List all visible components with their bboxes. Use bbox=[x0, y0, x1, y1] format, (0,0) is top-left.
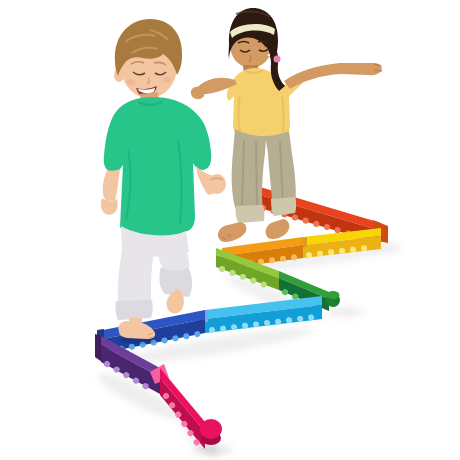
girl-right-cuff bbox=[271, 197, 296, 216]
beam-end-cap bbox=[200, 419, 222, 439]
boy-left-fist bbox=[208, 174, 226, 194]
boy-cheek-left bbox=[127, 79, 135, 85]
boy-left-cuff bbox=[116, 300, 153, 320]
pants-fold bbox=[256, 142, 257, 210]
girl-hair-tie bbox=[274, 56, 281, 63]
boy-cheek-right bbox=[163, 77, 171, 83]
scene bbox=[0, 0, 460, 460]
boy-left-leg bbox=[118, 250, 154, 304]
beam-end-cap-top bbox=[327, 291, 340, 299]
girl-left-cuff bbox=[236, 205, 265, 223]
shadow-green-cap bbox=[327, 307, 363, 317]
shadow-pink-cap bbox=[192, 445, 232, 455]
product-photo bbox=[0, 0, 460, 460]
